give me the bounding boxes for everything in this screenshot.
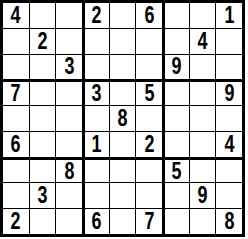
given-digit: 7 — [144, 210, 154, 233]
cell-r7c9[interactable] — [216, 160, 242, 183]
cell-r1c8[interactable] — [190, 3, 216, 28]
cell-r5c2[interactable] — [30, 106, 56, 131]
cell-r1c1[interactable]: 4 — [3, 3, 29, 28]
cell-r8c2[interactable]: 3 — [30, 183, 56, 208]
cell-r6c9[interactable]: 4 — [216, 132, 242, 157]
given-digit: 9 — [172, 55, 182, 78]
given-digit: 3 — [38, 184, 48, 207]
cell-r9c6[interactable]: 7 — [136, 209, 162, 234]
cell-r1c3[interactable] — [56, 3, 82, 28]
cell-r2c2[interactable]: 2 — [30, 29, 56, 54]
cell-r3c1[interactable] — [3, 55, 29, 80]
cell-r1c7[interactable] — [165, 3, 189, 28]
cell-r8c1[interactable] — [3, 183, 29, 208]
cell-r5c8[interactable] — [190, 106, 216, 131]
cell-r4c8[interactable] — [190, 82, 216, 105]
cell-r3c7[interactable]: 9 — [165, 55, 189, 80]
cell-r2c4[interactable] — [85, 29, 109, 54]
cell-r7c6[interactable] — [136, 160, 162, 183]
sudoku-screenshot: 4261243973598612485392678 — [0, 0, 248, 239]
cell-r1c9[interactable]: 1 — [216, 3, 242, 28]
given-digit: 9 — [224, 82, 234, 105]
cell-r1c5[interactable] — [110, 3, 136, 28]
cell-r7c4[interactable] — [85, 160, 109, 183]
given-digit: 4 — [11, 4, 21, 27]
cell-r8c6[interactable] — [136, 183, 162, 208]
cell-r7c2[interactable] — [30, 160, 56, 183]
given-digit: 3 — [92, 82, 102, 105]
cell-r8c8[interactable]: 9 — [190, 183, 216, 208]
cell-r9c4[interactable]: 6 — [85, 209, 109, 234]
cell-r3c4[interactable] — [85, 55, 109, 80]
cell-r4c3[interactable] — [56, 82, 82, 105]
given-digit: 2 — [11, 210, 21, 233]
cell-r6c3[interactable] — [56, 132, 82, 157]
given-digit: 4 — [198, 30, 208, 53]
given-digit: 2 — [92, 4, 102, 27]
cell-r6c2[interactable] — [30, 132, 56, 157]
cell-r7c8[interactable] — [190, 160, 216, 183]
cell-r6c5[interactable] — [110, 132, 136, 157]
cell-r4c9[interactable]: 9 — [216, 82, 242, 105]
cell-r1c2[interactable] — [30, 3, 56, 28]
cell-r7c7[interactable]: 5 — [165, 160, 189, 183]
cell-r3c9[interactable] — [216, 55, 242, 80]
cell-r6c1[interactable]: 6 — [3, 132, 29, 157]
cell-r5c5[interactable]: 8 — [110, 106, 136, 131]
cell-r9c8[interactable] — [190, 209, 216, 234]
cell-r9c3[interactable] — [56, 209, 82, 234]
cell-r8c4[interactable] — [85, 183, 109, 208]
cell-r1c4[interactable]: 2 — [85, 3, 109, 28]
given-digit: 2 — [144, 133, 154, 156]
given-digit: 9 — [198, 184, 208, 207]
cell-r1c6[interactable]: 6 — [136, 3, 162, 28]
cell-r9c5[interactable] — [110, 209, 136, 234]
given-digit: 7 — [11, 82, 21, 105]
cell-r5c7[interactable] — [165, 106, 189, 131]
given-digit: 5 — [172, 160, 182, 183]
cell-r5c1[interactable] — [3, 106, 29, 131]
given-digit: 2 — [38, 30, 48, 53]
cell-r5c6[interactable] — [136, 106, 162, 131]
cell-r2c3[interactable] — [56, 29, 82, 54]
cell-r4c6[interactable]: 5 — [136, 82, 162, 105]
cell-r8c7[interactable] — [165, 183, 189, 208]
cell-r9c7[interactable] — [165, 209, 189, 234]
given-digit: 8 — [118, 107, 128, 130]
given-digit: 3 — [64, 55, 74, 78]
given-digit: 5 — [144, 82, 154, 105]
cell-r5c4[interactable] — [85, 106, 109, 131]
cell-r5c9[interactable] — [216, 106, 242, 131]
cell-r2c1[interactable] — [3, 29, 29, 54]
given-digit: 8 — [64, 160, 74, 183]
cell-r4c1[interactable]: 7 — [3, 82, 29, 105]
cell-r3c6[interactable] — [136, 55, 162, 80]
cell-r2c6[interactable] — [136, 29, 162, 54]
cell-r3c2[interactable] — [30, 55, 56, 80]
cell-r3c8[interactable] — [190, 55, 216, 80]
given-digit: 6 — [92, 210, 102, 233]
cell-r4c7[interactable] — [165, 82, 189, 105]
cell-r6c6[interactable]: 2 — [136, 132, 162, 157]
given-digit: 8 — [224, 210, 234, 233]
cell-r2c8[interactable]: 4 — [190, 29, 216, 54]
cell-r3c5[interactable] — [110, 55, 136, 80]
cell-r6c7[interactable] — [165, 132, 189, 157]
cell-r2c9[interactable] — [216, 29, 242, 54]
given-digit: 6 — [11, 133, 21, 156]
cell-r4c2[interactable] — [30, 82, 56, 105]
cell-r9c1[interactable]: 2 — [3, 209, 29, 234]
cell-r4c4[interactable]: 3 — [85, 82, 109, 105]
cell-r8c5[interactable] — [110, 183, 136, 208]
cell-r6c4[interactable]: 1 — [85, 132, 109, 157]
cell-r7c3[interactable]: 8 — [56, 160, 82, 183]
cell-r9c9[interactable]: 8 — [216, 209, 242, 234]
cell-r5c3[interactable] — [56, 106, 82, 131]
cell-r8c3[interactable] — [56, 183, 82, 208]
given-digit: 4 — [224, 133, 234, 156]
cell-r4c5[interactable] — [110, 82, 136, 105]
given-digit: 6 — [144, 4, 154, 27]
cell-r7c1[interactable] — [3, 160, 29, 183]
given-digit: 1 — [92, 133, 102, 156]
cell-r3c3[interactable]: 3 — [56, 55, 82, 80]
cell-r2c5[interactable] — [110, 29, 136, 54]
cell-r7c5[interactable] — [110, 160, 136, 183]
sudoku-board: 4261243973598612485392678 — [0, 0, 245, 237]
cell-r6c8[interactable] — [190, 132, 216, 157]
given-digit: 1 — [224, 4, 234, 27]
cell-r2c7[interactable] — [165, 29, 189, 54]
cell-r9c2[interactable] — [30, 209, 56, 234]
cell-r8c9[interactable] — [216, 183, 242, 208]
